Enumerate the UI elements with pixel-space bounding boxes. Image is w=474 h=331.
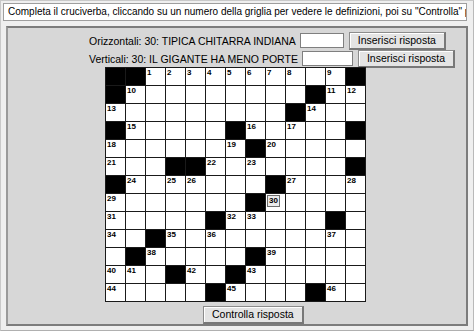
clue-number[interactable]: 41	[127, 266, 136, 275]
grid-cell	[346, 230, 365, 247]
block-cell	[106, 122, 125, 139]
clue-number[interactable]: 20	[267, 140, 276, 149]
block-cell	[246, 140, 265, 157]
grid-cell	[306, 230, 325, 247]
clue-number[interactable]: 6	[247, 68, 251, 77]
grid-cell	[326, 194, 345, 211]
grid-cell	[326, 140, 345, 157]
grid-cell	[206, 248, 225, 265]
block-cell	[266, 176, 285, 193]
across-clue-row: Orizzontali: 30: TIPICA CHITARRA INDIANA…	[89, 32, 446, 49]
clue-number[interactable]: 11	[327, 86, 335, 95]
grid-cell	[226, 248, 245, 265]
grid-cell[interactable]: 44	[106, 284, 125, 301]
grid-cell[interactable]: 4	[206, 68, 225, 85]
grid-cell	[206, 140, 225, 157]
grid-cell	[286, 266, 305, 283]
clue-number[interactable]: 3	[187, 68, 191, 77]
clue-number[interactable]: 1	[147, 68, 151, 77]
grid-cell	[306, 68, 325, 85]
clue-number[interactable]: 25	[167, 176, 176, 185]
block-cell	[246, 194, 265, 211]
grid-cell	[166, 122, 185, 139]
clue-number[interactable]: 43	[247, 266, 256, 275]
grid-cell[interactable]: 42	[186, 266, 205, 283]
grid-cell[interactable]: 38	[146, 248, 165, 265]
grid-cell[interactable]: 36	[206, 230, 225, 247]
grid-cell[interactable]: 41	[126, 266, 145, 283]
clue-number[interactable]: 40	[107, 266, 116, 275]
grid-cell	[206, 194, 225, 211]
grid-cell	[206, 86, 225, 103]
grid-cell	[346, 104, 365, 121]
block-cell	[126, 248, 145, 265]
clue-number[interactable]: 39	[267, 248, 276, 257]
grid-cell	[166, 212, 185, 229]
clue-number[interactable]: 34	[107, 230, 116, 239]
block-cell	[306, 86, 325, 103]
grid-cell	[306, 158, 325, 175]
grid-cell	[166, 86, 185, 103]
grid-cell	[226, 158, 245, 175]
block-cell	[126, 68, 145, 85]
grid-cell[interactable]: 13	[106, 104, 125, 121]
grid-cell[interactable]: 37	[326, 230, 345, 247]
grid-cell	[106, 248, 125, 265]
grid-cell	[346, 212, 365, 229]
grid-cell	[186, 86, 205, 103]
clue-number[interactable]: 31	[107, 212, 116, 221]
grid-cell[interactable]: 46	[326, 284, 345, 301]
block-cell	[186, 158, 205, 175]
grid-cell	[306, 176, 325, 193]
clue-number[interactable]: 12	[347, 86, 356, 95]
grid-cell	[206, 176, 225, 193]
grid-cell	[346, 140, 365, 157]
grid-cell	[286, 86, 305, 103]
grid-cell[interactable]: 40	[106, 266, 125, 283]
clue-number[interactable]: 42	[187, 266, 196, 275]
grid-cell[interactable]: 28	[346, 176, 365, 193]
grid-cell	[146, 194, 165, 211]
grid-cell[interactable]: 11	[326, 86, 345, 103]
clue-number[interactable]: 8	[287, 68, 291, 77]
grid-cell	[226, 176, 245, 193]
block-cell	[106, 68, 125, 85]
grid-cell[interactable]: 29	[106, 194, 125, 211]
clue-number[interactable]: 27	[287, 176, 296, 185]
grid-cell[interactable]: 43	[246, 266, 265, 283]
clue-number[interactable]: 17	[287, 122, 296, 131]
grid-cell	[326, 122, 345, 139]
grid-cell[interactable]: 9	[326, 68, 345, 85]
block-cell	[326, 212, 345, 229]
grid-cell	[246, 104, 265, 121]
grid-cell	[346, 284, 365, 301]
down-clue-label: Verticali: 30: IL GIGANTE HA MENO PORTE	[89, 53, 298, 65]
grid-cell	[166, 140, 185, 157]
clue-number[interactable]: 37	[327, 230, 336, 239]
block-cell	[306, 284, 325, 301]
clue-number[interactable]: 5	[227, 68, 231, 77]
grid-cell	[146, 158, 165, 175]
grid-cell	[266, 158, 285, 175]
crossword-app-window: Completa il cruciverba, cliccando su un …	[0, 0, 474, 331]
grid-cell	[286, 248, 305, 265]
grid-cell	[326, 248, 345, 265]
grid-cell[interactable]: 45	[226, 284, 245, 301]
grid-cell[interactable]: 33	[246, 212, 265, 229]
grid-cell	[266, 86, 285, 103]
grid-cell	[146, 284, 165, 301]
clue-number[interactable]: 10	[127, 86, 136, 95]
grid-cell	[186, 122, 205, 139]
grid-cell	[306, 212, 325, 229]
grid-cell	[146, 176, 165, 193]
grid-cell	[186, 284, 205, 301]
grid-cell[interactable]: 32	[226, 212, 245, 229]
grid-cell[interactable]: 27	[286, 176, 305, 193]
clue-number[interactable]: 36	[207, 230, 216, 239]
grid-cell	[286, 158, 305, 175]
grid-cell	[126, 212, 145, 229]
grid-cell	[146, 266, 165, 283]
block-cell	[166, 158, 185, 175]
grid-cell	[146, 86, 165, 103]
grid-cell[interactable]: 1	[146, 68, 165, 85]
grid-cell	[226, 86, 245, 103]
grid-cell	[246, 284, 265, 301]
grid-cell[interactable]: 16	[246, 122, 265, 139]
grid-cell[interactable]: 31	[106, 212, 125, 229]
clue-number[interactable]: 45	[227, 284, 236, 293]
grid-cell[interactable]: 39	[266, 248, 285, 265]
grid-cell	[246, 176, 265, 193]
grid-cell	[346, 248, 365, 265]
check-answers-button[interactable]: Controlla risposta	[203, 306, 304, 324]
grid-cell	[126, 104, 145, 121]
block-cell	[346, 158, 365, 175]
grid-cell	[146, 212, 165, 229]
clue-number[interactable]: 4	[207, 68, 211, 77]
grid-cell	[246, 230, 265, 247]
clue-number[interactable]: 26	[187, 176, 196, 185]
grid-cell[interactable]: 14	[306, 104, 325, 121]
grid-cell	[206, 104, 225, 121]
grid-cell	[186, 140, 205, 157]
grid-cell[interactable]: 24	[126, 176, 145, 193]
grid-cell[interactable]: 3	[186, 68, 205, 85]
clue-number[interactable]: 29	[107, 194, 116, 203]
down-answer-input[interactable]	[302, 51, 353, 66]
clue-number[interactable]: 7	[267, 68, 271, 77]
block-cell	[226, 122, 245, 139]
clue-number[interactable]: 19	[227, 140, 236, 149]
grid-cell	[346, 266, 365, 283]
grid-cell	[286, 212, 305, 229]
block-cell	[346, 68, 365, 85]
grid-cell	[266, 266, 285, 283]
block-cell	[286, 104, 305, 121]
grid-cell	[206, 266, 225, 283]
grid-cell	[146, 104, 165, 121]
block-cell	[246, 248, 265, 265]
grid-cell[interactable]: 26	[186, 176, 205, 193]
grid-cell[interactable]: 8	[286, 68, 305, 85]
grid-cell	[146, 122, 165, 139]
grid-cell[interactable]: 10	[126, 86, 145, 103]
grid-cell[interactable]: 22	[206, 158, 225, 175]
grid-cell[interactable]: 34	[106, 230, 125, 247]
clue-number[interactable]: 24	[127, 176, 136, 185]
clue-number[interactable]: 2	[167, 68, 171, 77]
block-cell	[226, 266, 245, 283]
instruction-bar: Completa il cruciverba, cliccando su un …	[3, 3, 467, 21]
grid-cell[interactable]: 6	[246, 68, 265, 85]
clue-number[interactable]: 23	[247, 158, 256, 167]
grid-cell	[226, 104, 245, 121]
grid-cell	[226, 230, 245, 247]
grid-cell	[166, 104, 185, 121]
selected-clue-number[interactable]: 30	[267, 195, 280, 207]
block-cell	[146, 230, 165, 247]
clue-number[interactable]: 15	[127, 122, 136, 131]
block-cell	[106, 176, 125, 193]
clue-number[interactable]: 44	[107, 284, 116, 293]
grid-cell	[326, 158, 345, 175]
block-cell	[106, 86, 125, 103]
grid-cell	[186, 194, 205, 211]
grid-cell	[286, 230, 305, 247]
grid-cell	[266, 212, 285, 229]
grid-cell	[266, 104, 285, 121]
grid-cell	[246, 86, 265, 103]
clue-number[interactable]: 22	[207, 158, 216, 167]
grid-cell[interactable]: 21	[106, 158, 125, 175]
down-insert-answer-button[interactable]: Inserisci risposta	[358, 50, 455, 68]
clue-number[interactable]: 38	[147, 248, 156, 257]
block-cell	[206, 284, 225, 301]
grid-cell	[166, 194, 185, 211]
grid-cell[interactable]: 25	[166, 176, 185, 193]
grid-cell	[126, 158, 145, 175]
across-insert-answer-button[interactable]: Inserisci risposta	[349, 32, 446, 50]
grid-cell	[146, 140, 165, 157]
clue-number[interactable]: 33	[247, 212, 256, 221]
grid-cell	[326, 176, 345, 193]
grid-cell	[266, 122, 285, 139]
clue-number[interactable]: 13	[107, 104, 116, 113]
grid-cell	[326, 266, 345, 283]
grid-cell	[166, 284, 185, 301]
grid-cell	[126, 230, 145, 247]
grid-cell	[286, 284, 305, 301]
grid-cell[interactable]: 5	[226, 68, 245, 85]
down-clue-row: Verticali: 30: IL GIGANTE HA MENO PORTE …	[89, 50, 455, 67]
block-cell	[346, 122, 365, 139]
block-cell	[206, 212, 225, 229]
grid-cell	[306, 122, 325, 139]
clue-number[interactable]: 21	[107, 158, 116, 167]
grid-cell	[306, 140, 325, 157]
grid-cell	[306, 248, 325, 265]
grid-cell	[126, 194, 145, 211]
grid-cell	[206, 122, 225, 139]
grid-cell	[186, 248, 205, 265]
grid-cell	[186, 212, 205, 229]
grid-cell	[326, 104, 345, 121]
across-clue-label: Orizzontali: 30: TIPICA CHITARRA INDIANA	[89, 35, 296, 47]
grid-cell[interactable]: 7	[266, 68, 285, 85]
grid-cell	[286, 140, 305, 157]
clue-number[interactable]: 28	[347, 176, 356, 185]
clue-number[interactable]: 18	[107, 140, 116, 149]
grid-cell[interactable]: 35	[166, 230, 185, 247]
grid-cell	[306, 266, 325, 283]
grid-cell	[186, 230, 205, 247]
grid-cell[interactable]: 17	[286, 122, 305, 139]
grid-cell	[306, 194, 325, 211]
grid-cell[interactable]: 18	[106, 140, 125, 157]
grid-cell	[166, 248, 185, 265]
grid-cell[interactable]: 20	[266, 140, 285, 157]
grid-cell	[266, 230, 285, 247]
grid-cell	[186, 104, 205, 121]
clue-number[interactable]: 9	[327, 68, 331, 77]
grid-cell[interactable]: 19	[226, 140, 245, 157]
grid-cell[interactable]: 12	[346, 86, 365, 103]
block-cell	[166, 266, 185, 283]
clue-number[interactable]: 16	[247, 122, 256, 131]
clue-number[interactable]: 14	[307, 104, 316, 113]
clue-number[interactable]: 35	[167, 230, 176, 239]
grid-cell[interactable]: 2	[166, 68, 185, 85]
across-answer-input[interactable]	[300, 33, 344, 48]
grid-cell	[126, 140, 145, 157]
grid-cell	[226, 194, 245, 211]
grid-cell	[266, 284, 285, 301]
grid-cell	[286, 194, 305, 211]
grid-cell	[346, 194, 365, 211]
grid-cell[interactable]: 30	[266, 194, 285, 211]
grid-cell	[126, 284, 145, 301]
clue-number[interactable]: 46	[327, 284, 336, 293]
clue-number[interactable]: 32	[227, 212, 236, 221]
crossword-grid: 1234567891011121314151617181920212223242…	[105, 67, 366, 302]
grid-cell[interactable]: 23	[246, 158, 265, 175]
grid-cell[interactable]: 15	[126, 122, 145, 139]
